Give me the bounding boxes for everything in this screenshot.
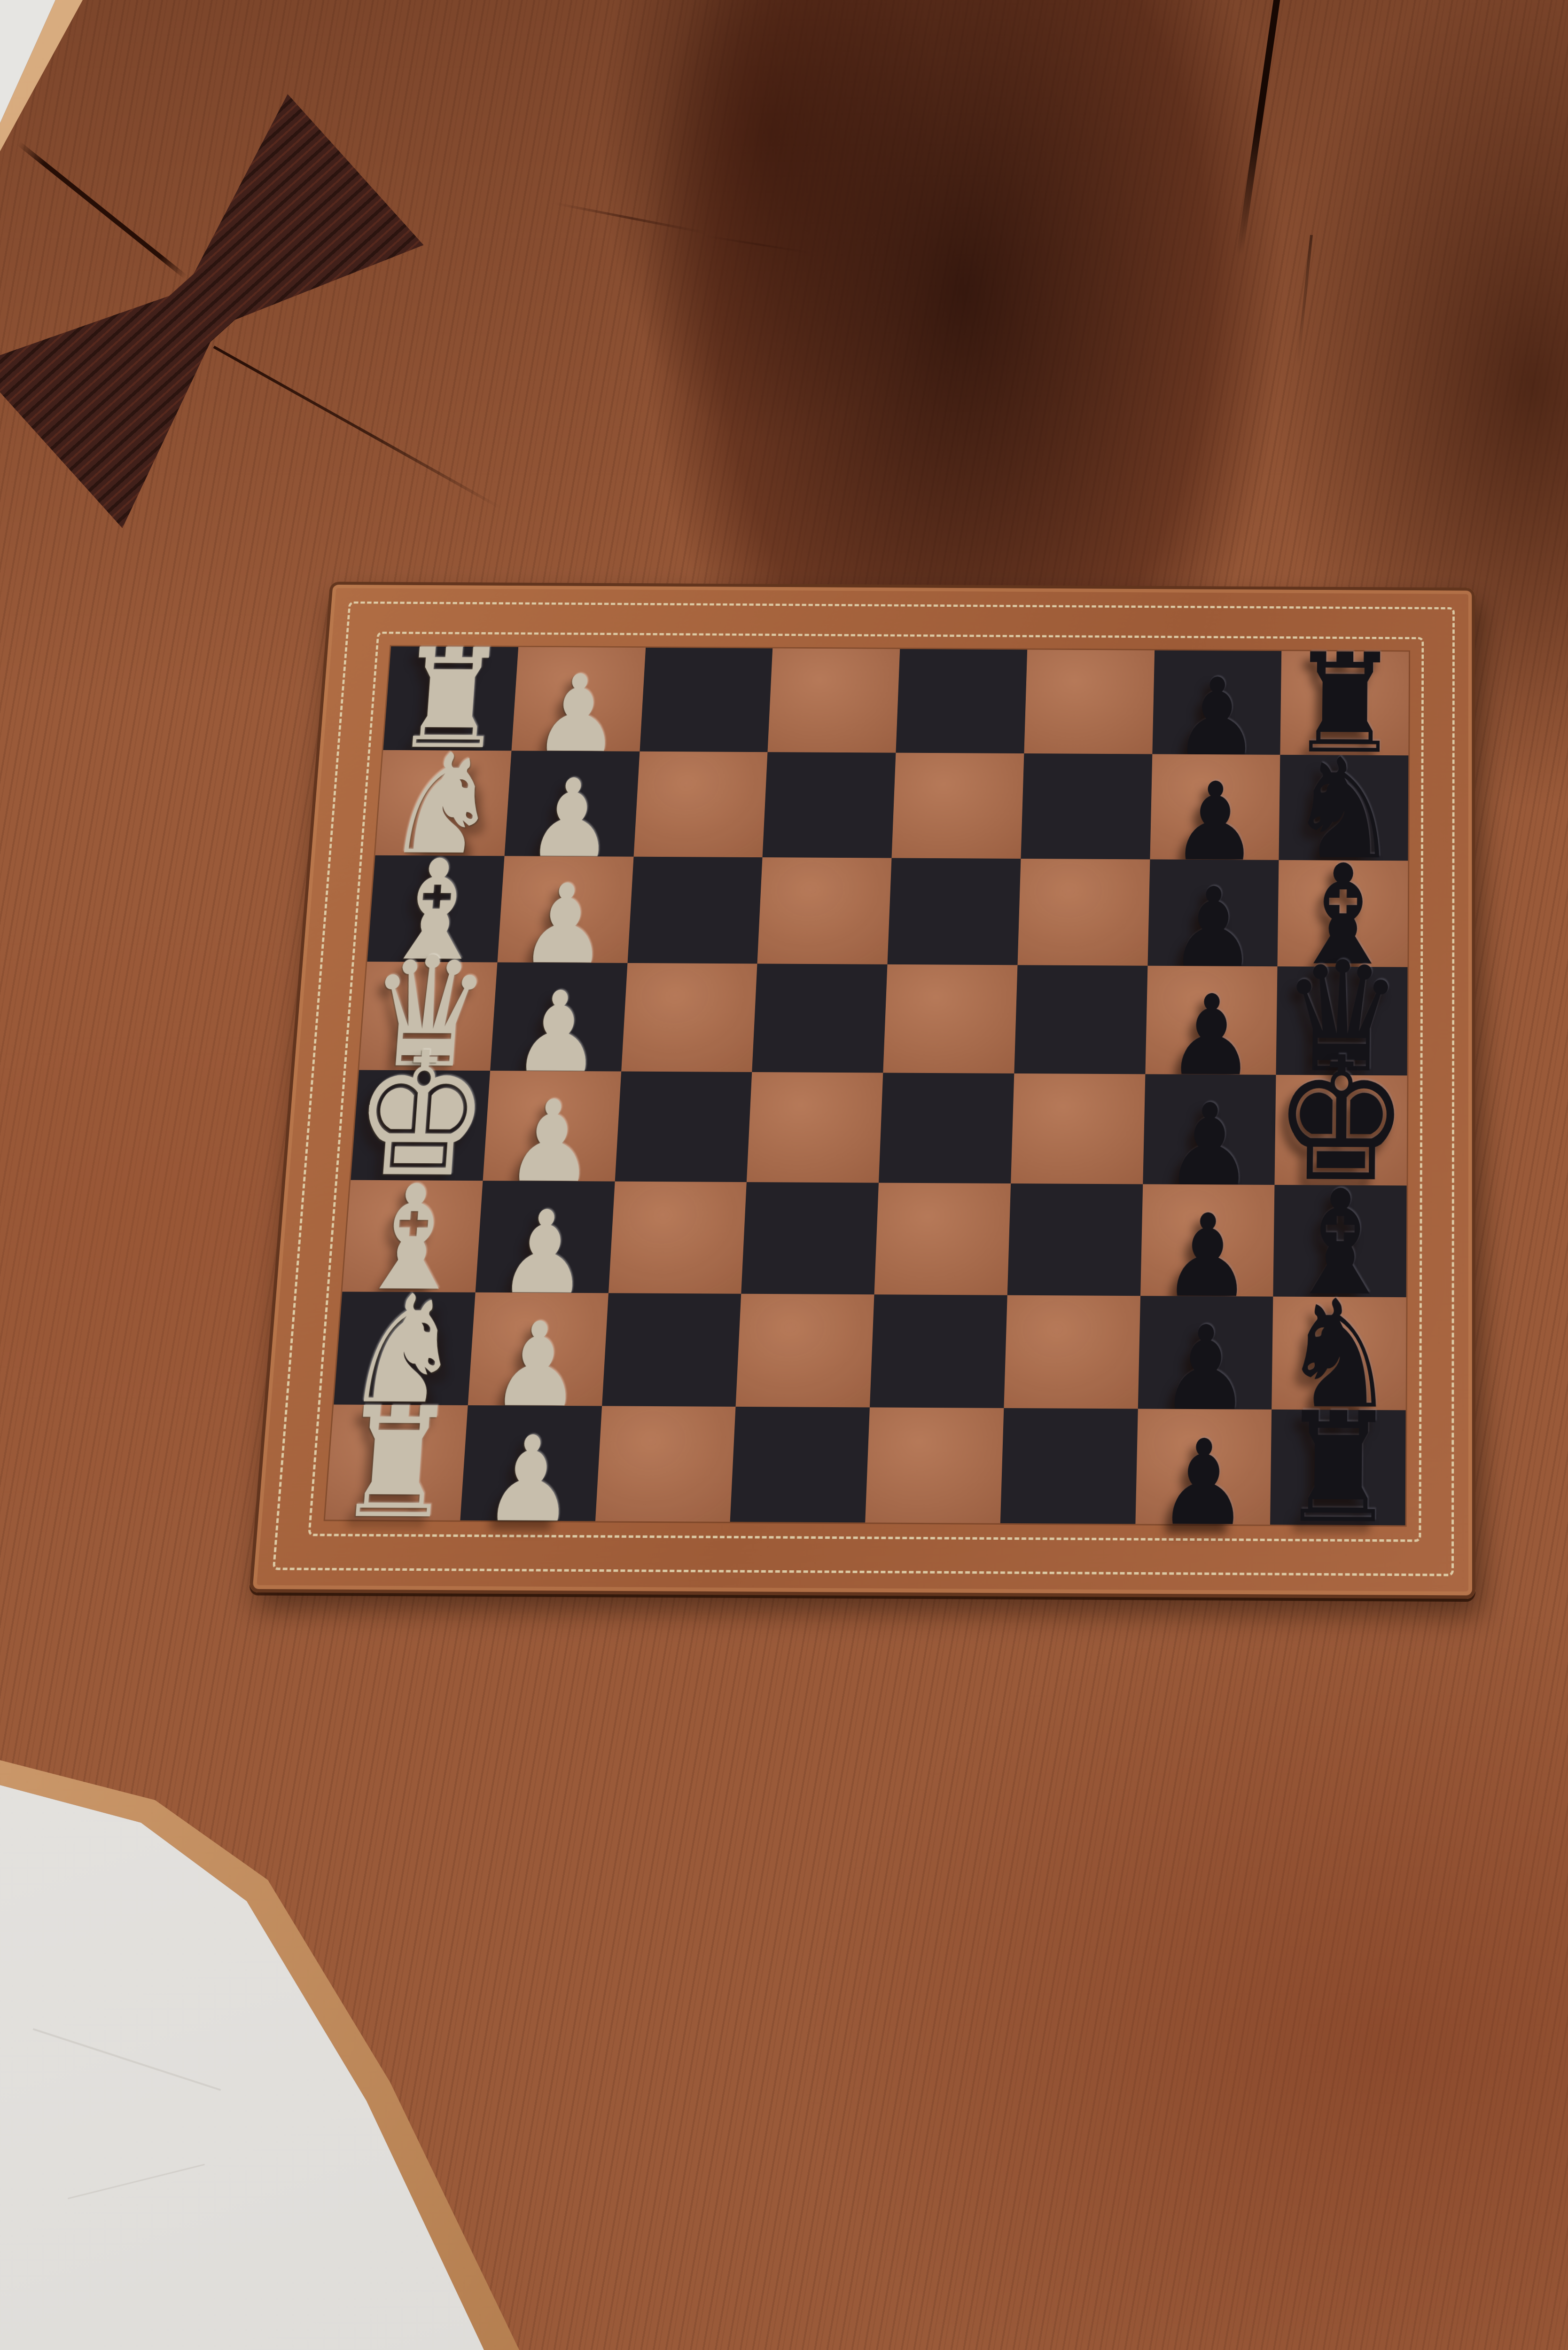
square-r2c7: ♟: [1150, 754, 1280, 860]
square-r6c7: ♟: [1140, 1184, 1275, 1296]
square-r3c7: ♟: [1147, 859, 1279, 966]
square-r8c8: ♜: [1270, 1410, 1405, 1525]
square-r8c4: [730, 1407, 870, 1522]
square-r7c5: [870, 1294, 1007, 1408]
square-r4c2: ♟: [490, 963, 627, 1072]
square-r6c3: [608, 1181, 747, 1293]
square-r8c6: [1000, 1408, 1138, 1524]
square-r3c4: [757, 857, 892, 964]
square-r3c3: [627, 856, 763, 963]
square-r8c3: [595, 1406, 735, 1522]
square-r7c6: [1004, 1295, 1140, 1409]
board-field: ♜♟♟♜♞♟♟♞♝♟♟♝♛♟♟♛♚♟♟♚♝♟♟♝♞♟♟♞♜♟♟♜: [325, 646, 1409, 1525]
square-r5c7: ♟: [1143, 1074, 1276, 1184]
board-perspective-scene: ♜♟♟♜♞♟♟♞♝♟♟♝♛♟♟♛♚♟♟♚♝♟♟♝♞♟♟♞♜♟♟♜: [0, 0, 1568, 2350]
square-r4c6: [1014, 965, 1147, 1074]
chess-board: ♜♟♟♜♞♟♟♞♝♟♟♝♛♟♟♛♚♟♟♚♝♟♟♝♞♟♟♞♜♟♟♜: [249, 582, 1475, 1599]
square-r3c6: [1017, 859, 1150, 966]
square-r6c6: [1007, 1183, 1143, 1296]
square-r1c3: [640, 648, 772, 752]
square-r5c4: [747, 1072, 883, 1183]
square-r7c3: [602, 1293, 741, 1407]
square-r2c4: [763, 752, 896, 858]
piece-white-pawn: ♟: [481, 1421, 579, 1539]
square-r5c2: ♟: [483, 1071, 621, 1181]
square-r8c2: ♟: [460, 1405, 601, 1521]
square-r7c4: [736, 1293, 874, 1407]
square-r1c5: [896, 649, 1027, 753]
square-r3c5: [887, 858, 1021, 965]
square-r5c3: [615, 1072, 752, 1182]
square-r4c7: ♟: [1145, 966, 1278, 1075]
square-r6c4: [741, 1182, 879, 1294]
square-r2c2: ♟: [504, 751, 640, 856]
piece-white-rook: ♜: [332, 1387, 460, 1540]
square-r5c6: [1011, 1073, 1145, 1184]
square-r8c1: ♜: [325, 1405, 468, 1520]
square-r3c2: ♟: [497, 856, 633, 963]
square-r7c7: ♟: [1138, 1296, 1273, 1410]
square-r4c4: [752, 964, 888, 1073]
square-r2c5: [892, 752, 1024, 858]
square-r1c6: [1024, 650, 1155, 754]
square-r4c3: [621, 963, 757, 1072]
square-r8c7: ♟: [1135, 1409, 1272, 1525]
square-r7c2: ♟: [468, 1292, 608, 1406]
square-r1c4: [768, 648, 900, 752]
square-r6c2: ♟: [475, 1181, 615, 1293]
square-r5c5: [879, 1073, 1014, 1183]
square-r4c5: [883, 964, 1017, 1073]
square-r1c7: ♟: [1152, 650, 1282, 755]
square-r2c6: [1021, 753, 1152, 859]
square-r2c3: [633, 752, 768, 857]
piece-black-rook: ♜: [1279, 1392, 1397, 1545]
square-r8c5: [865, 1408, 1004, 1523]
piece-black-pawn: ♟: [1157, 1424, 1250, 1543]
square-r1c2: ♟: [511, 647, 645, 752]
square-r6c5: [874, 1183, 1011, 1295]
